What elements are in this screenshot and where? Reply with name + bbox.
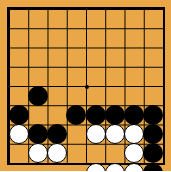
black-stone [143,105,163,125]
black-stone [143,163,163,172]
black-stone [143,124,163,144]
black-stone [28,86,48,106]
white-stone [47,143,67,163]
white-stone [124,124,144,144]
black-stone [47,124,67,144]
black-stone [9,105,29,125]
white-stone [86,124,106,144]
white-stone [86,163,106,172]
white-stone [105,163,125,172]
black-stone [143,143,163,163]
white-stone [124,143,144,163]
black-stone [28,124,48,144]
black-stone [124,105,144,125]
black-stone [86,105,106,125]
go-diagram [0,0,171,171]
white-stone [9,124,29,144]
stone-layer [9,9,171,171]
white-stone [105,124,125,144]
go-board[interactable] [7,7,165,165]
white-stone [28,143,48,163]
black-stone [105,105,125,125]
white-stone [124,163,144,172]
black-stone [66,105,86,125]
